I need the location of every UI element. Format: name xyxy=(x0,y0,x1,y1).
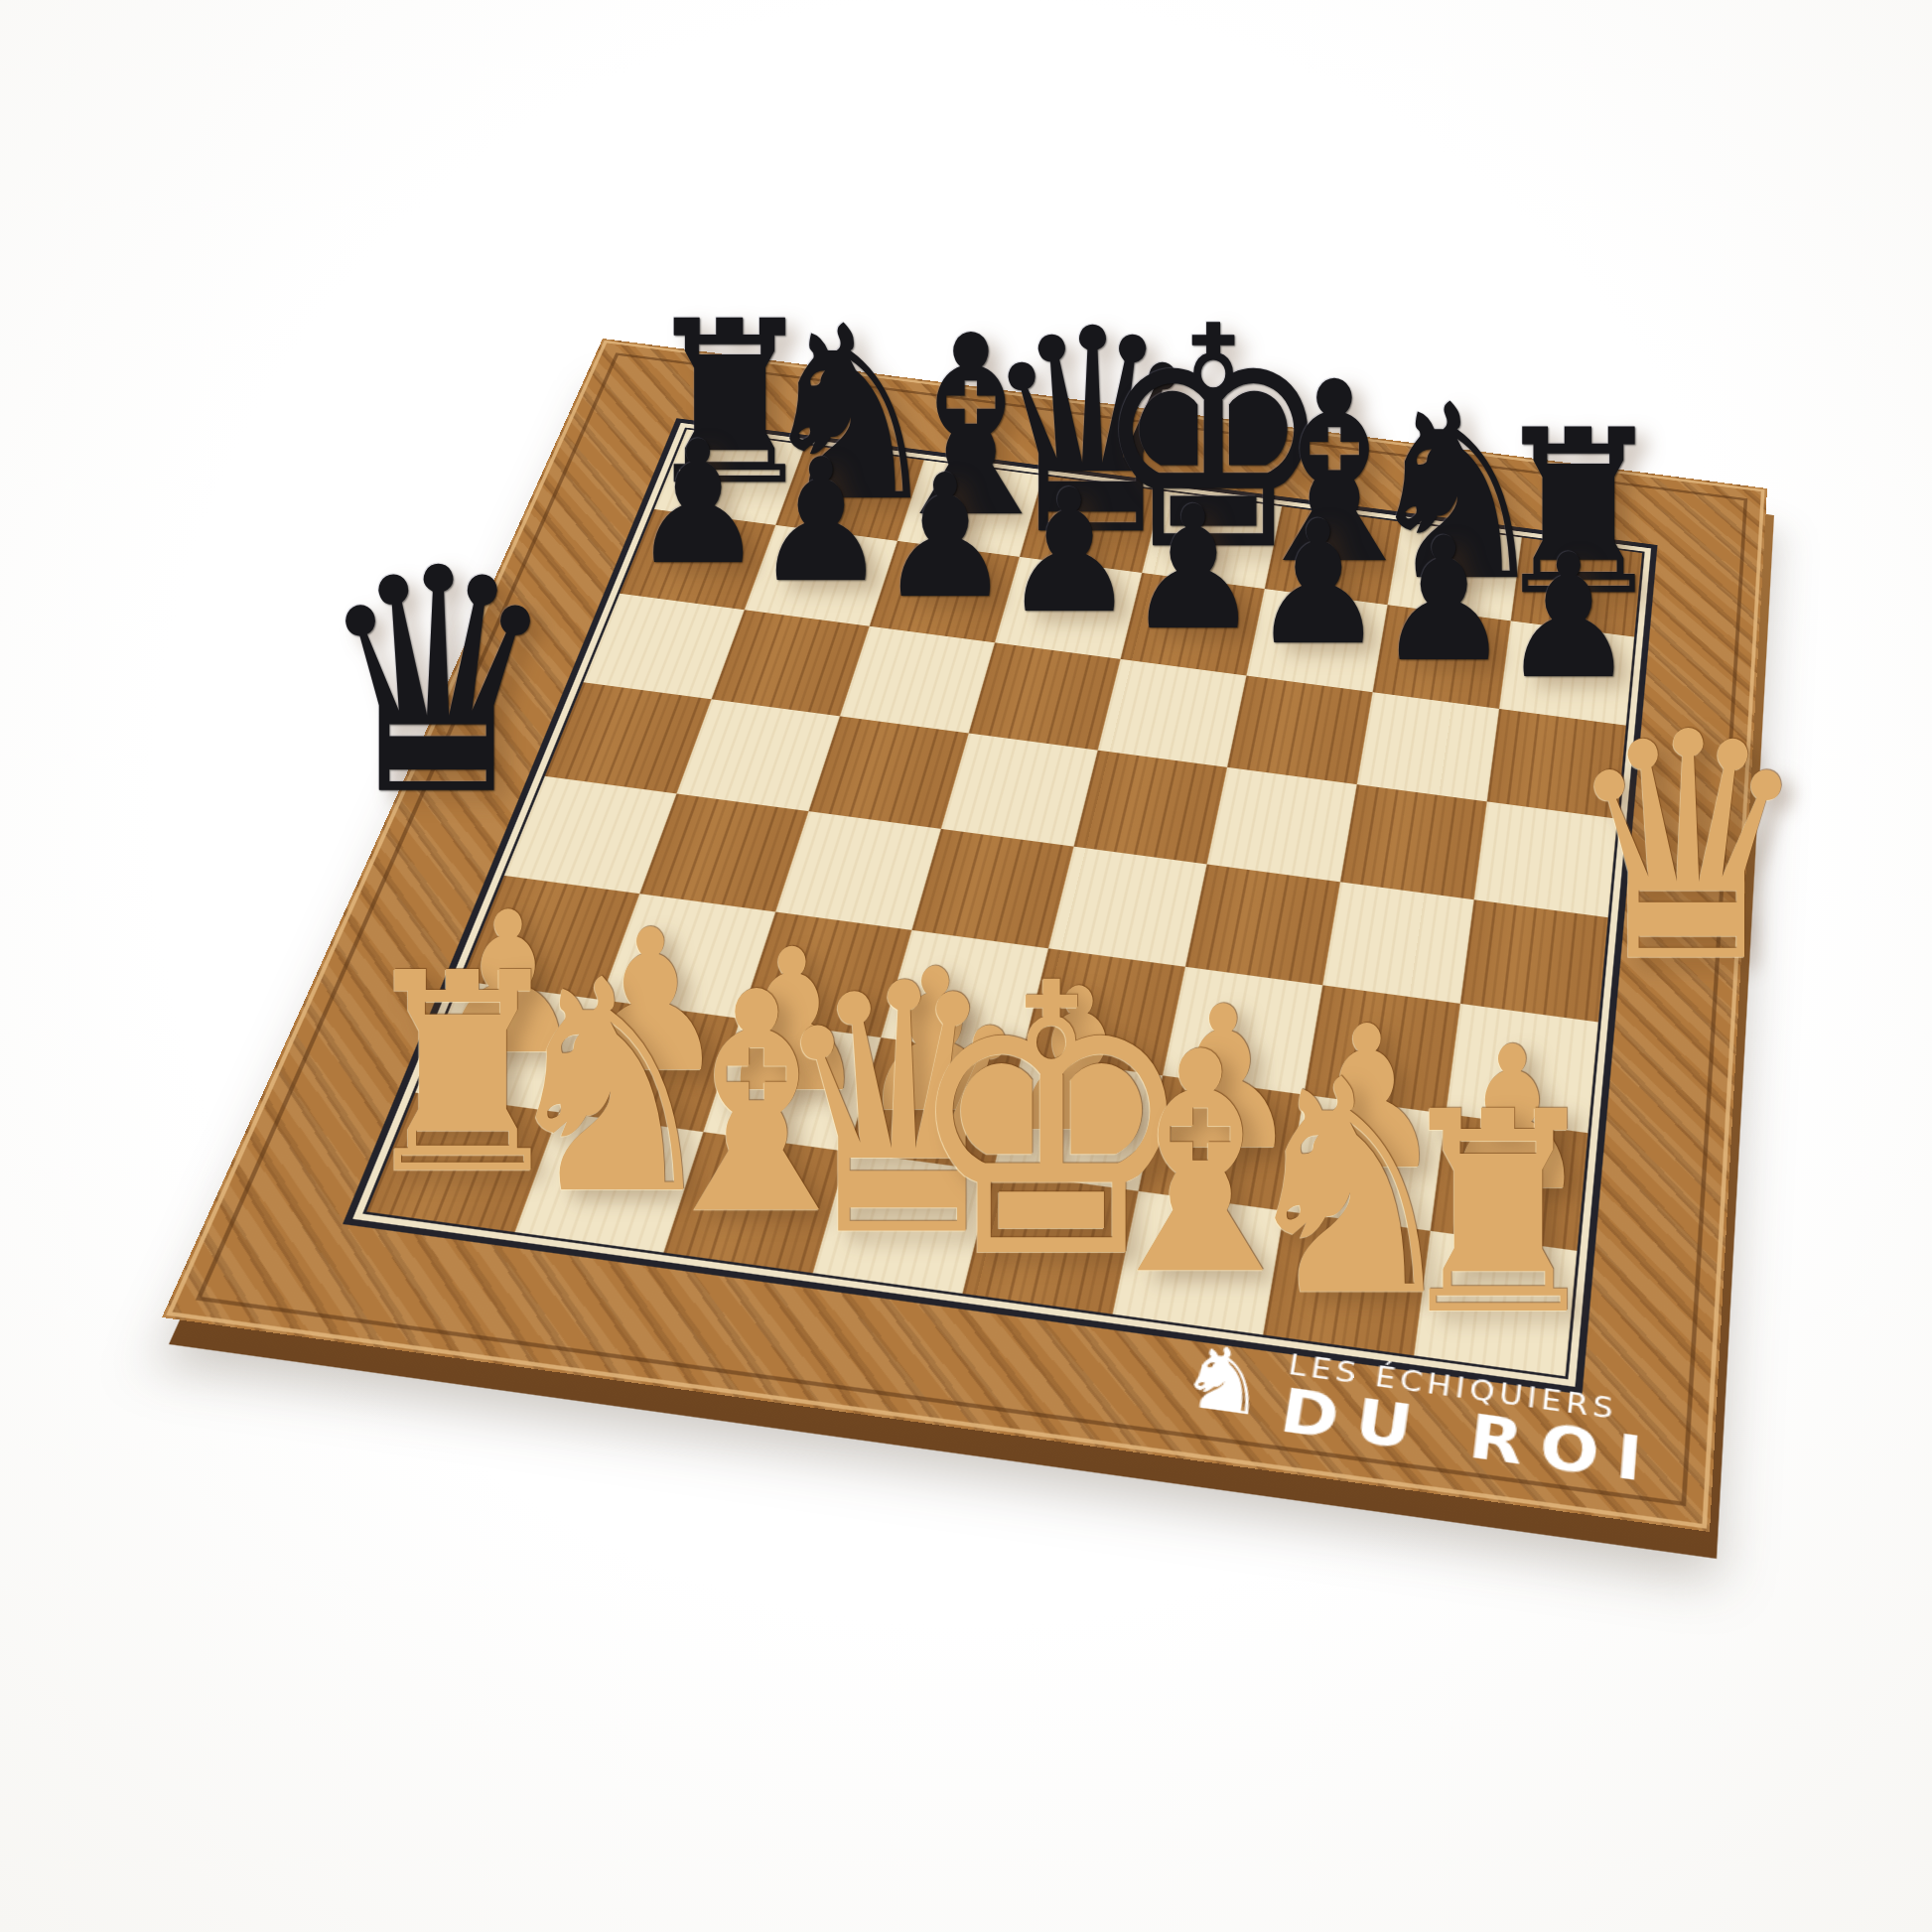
square-c6[interactable] xyxy=(840,626,995,734)
square-d6[interactable] xyxy=(969,642,1121,750)
square-g5[interactable] xyxy=(1340,784,1487,899)
piece-black-pawn[interactable]: ♟ xyxy=(1127,483,1261,654)
piece-black-pawn[interactable]: ♟ xyxy=(630,419,764,589)
pieces-layer: ♜♞♝♛♚♝♞♜♟♟♟♟♟♟♟♟♟♟♟♟♟♟♟♟♜♞♝♛♚♝♞♜♛♛ xyxy=(0,0,1932,1932)
square-f6[interactable] xyxy=(1227,676,1373,785)
square-e5[interactable] xyxy=(1074,751,1227,865)
piece-black-pawn[interactable]: ♟ xyxy=(1002,468,1136,637)
square-d5[interactable] xyxy=(941,733,1098,846)
photo-scene: ♞ LES ÉCHIQUIERS DU ROI ♜♞♝♛♚♝♞♜♟♟♟♟♟♟♟♟… xyxy=(0,0,1932,1932)
logo-line2: DU ROI xyxy=(1276,1380,1661,1493)
square-g6[interactable] xyxy=(1357,692,1499,801)
square-f5[interactable] xyxy=(1207,767,1357,882)
piece-white-rook[interactable]: ♜ xyxy=(1389,1076,1608,1354)
piece-black-pawn[interactable]: ♟ xyxy=(1376,515,1511,686)
piece-black-pawn[interactable]: ♟ xyxy=(878,451,1012,621)
spare-black-queen[interactable]: ♛ xyxy=(316,528,560,838)
square-e6[interactable] xyxy=(1098,659,1247,767)
spare-white-queen[interactable]: ♛ xyxy=(1564,691,1811,1005)
piece-black-pawn[interactable]: ♟ xyxy=(1251,499,1386,670)
piece-black-pawn[interactable]: ♟ xyxy=(755,435,889,605)
